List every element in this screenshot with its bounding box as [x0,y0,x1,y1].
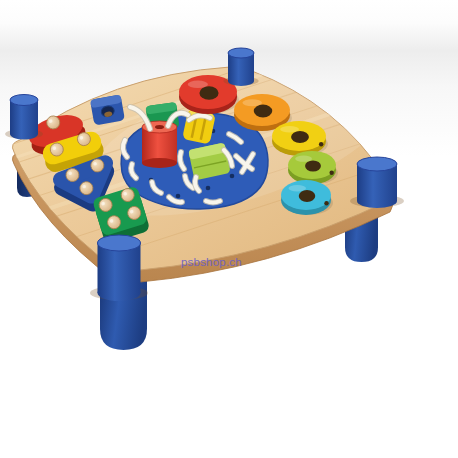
stacking-ring-red-hole [199,86,218,100]
stacking-ring-lime-highlight [295,156,312,162]
stacking-ring-yellow-hole [291,131,309,143]
panel-hole [230,174,235,179]
stacking-ring-cyan-highlight [289,185,307,192]
stacking-ring-cyan-side-hole [324,201,328,205]
lacing-bead-blue-cube [90,95,125,126]
corner-post-top-base [228,76,254,86]
corner-post-front-top [98,235,141,251]
stacking-ring-lime-side-hole [329,171,333,175]
corner-post-right-top [357,157,397,171]
panel-hole [206,186,211,191]
watermark-text: psbshop.ch [181,256,242,268]
corner-post-top-top [228,48,254,58]
corner-post-left-top [10,95,38,106]
lacing-bead-red-cylinder-hole [155,125,164,129]
product-photo: psbshop.ch [0,0,458,458]
stacking-ring-red-highlight [188,81,208,88]
corner-post-front-base [98,285,141,301]
panel-hole [176,194,181,199]
stacking-ring-cyan-hole [299,190,316,202]
stacking-ring-orange-hole [254,105,272,118]
toy-scene [0,0,458,458]
stacking-ring-orange-highlight [242,99,262,106]
corner-post-left-base [10,129,38,140]
corner-post-right-base [357,194,397,208]
stacking-ring-yellow-side-hole [319,142,323,146]
stacking-ring-lime-hole [305,160,321,171]
stacking-ring-yellow-highlight [280,126,299,133]
lacing-bead-red-cylinder-bottom [142,158,177,168]
